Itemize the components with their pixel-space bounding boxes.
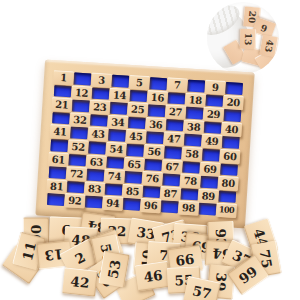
bag-drawstring-rim [207,2,244,41]
board-tile-41[interactable]: 41 [50,124,71,139]
board-grid: 1357912141618202123252729323436384041434… [47,71,243,217]
board-tile-21[interactable]: 21 [51,97,72,112]
board-tile-27[interactable]: 27 [165,104,186,119]
board-slot-empty[interactable] [105,183,123,196]
board-slot-empty[interactable] [123,198,141,211]
board-slot-empty[interactable] [186,107,204,120]
board-slot-empty[interactable] [128,117,146,130]
board-tile-87[interactable]: 87 [160,186,181,201]
board-slot-empty[interactable] [90,114,108,127]
board-tile-61[interactable]: 61 [48,152,69,167]
board-slot-empty[interactable] [54,85,72,98]
board-tile-56[interactable]: 56 [144,144,165,159]
board-tile-16[interactable]: 16 [147,90,168,105]
board-tile-25[interactable]: 25 [127,102,148,117]
board-slot-empty[interactable] [225,82,243,95]
board-tile-45[interactable]: 45 [126,129,147,144]
bag-tile-13: 13 [240,29,257,50]
loose-tile-42[interactable]: 42 [62,267,98,296]
board-slot-empty[interactable] [110,102,128,115]
board-tile-58[interactable]: 58 [182,146,203,161]
board-slot-empty[interactable] [199,203,217,216]
board-slot-empty[interactable] [181,188,199,201]
board-slot-empty[interactable] [144,159,162,172]
board-tile-52[interactable]: 52 [68,139,89,154]
board-tile-38[interactable]: 38 [183,119,204,134]
board-slot-empty[interactable] [126,144,144,157]
board-tile-85[interactable]: 85 [122,183,143,198]
board-tile-40[interactable]: 40 [221,122,242,137]
board-slot-empty[interactable] [49,166,67,179]
board-slot-empty[interactable] [88,141,106,154]
board-tile-65[interactable]: 65 [124,156,145,171]
board-slot-empty[interactable] [67,181,85,194]
board-tile-96[interactable]: 96 [140,198,161,213]
board-slot-empty[interactable] [200,176,218,189]
board-slot-empty[interactable] [187,80,205,93]
board-tile-89[interactable]: 89 [198,188,219,203]
board-tile-36[interactable]: 36 [145,117,166,132]
board-tile-20[interactable]: 20 [223,94,244,109]
board-tile-34[interactable]: 34 [107,114,128,129]
board-tile-83[interactable]: 83 [84,181,105,196]
board-slot-empty[interactable] [222,136,240,149]
bag-tile-43: 43 [259,35,278,57]
board-slot-empty[interactable] [72,100,90,113]
board-slot-empty[interactable] [146,131,164,144]
bag-inset: 2061343 [207,2,279,74]
board-tile-3[interactable]: 3 [91,72,112,87]
board-slot-empty[interactable] [206,94,224,107]
board-slot-empty[interactable] [164,146,182,159]
board-slot-empty[interactable] [218,191,236,204]
board-tile-9[interactable]: 9 [205,80,226,95]
board-tile-1[interactable]: 1 [53,70,74,85]
board-slot-empty[interactable] [92,87,110,100]
board-tile-72[interactable]: 72 [66,166,87,181]
board-slot-empty[interactable] [168,92,186,105]
board-slot-empty[interactable] [108,129,126,142]
board-slot-empty[interactable] [47,193,65,206]
board-slot-empty[interactable] [70,127,88,140]
board-tile-63[interactable]: 63 [86,154,107,169]
board-slot-empty[interactable] [204,121,222,134]
board-tile-47[interactable]: 47 [163,132,184,147]
product-photo: 2061343 13579121416182021232527293234363… [0,0,300,300]
loose-tile-46[interactable]: 46 [135,261,171,291]
board-slot-empty[interactable] [202,149,220,162]
board-slot-empty[interactable] [112,75,130,88]
board-slot-empty[interactable] [161,201,179,214]
board-tile-43[interactable]: 43 [88,127,109,142]
board-slot-empty[interactable] [149,77,167,90]
board-tile-74[interactable]: 74 [104,169,125,184]
board-slot-empty[interactable] [162,173,180,186]
board-slot-empty[interactable] [74,72,92,85]
board-slot-empty[interactable] [85,196,103,209]
board-slot-empty[interactable] [166,119,184,132]
board-tile-98[interactable]: 98 [178,201,199,216]
board-tile-67[interactable]: 67 [162,159,183,174]
board-tile-29[interactable]: 29 [203,107,224,122]
hundred-board: 1357912141618202123252729323436384041434… [35,60,254,229]
board-slot-empty[interactable] [50,139,68,152]
board-slot-empty[interactable] [130,90,148,103]
board-slot-empty[interactable] [69,154,87,167]
board-tile-76[interactable]: 76 [142,171,163,186]
board-tile-18[interactable]: 18 [185,92,206,107]
board-tile-49[interactable]: 49 [201,134,222,149]
board-slot-empty[interactable] [224,109,242,122]
board-tile-32[interactable]: 32 [69,112,90,127]
board-slot-empty[interactable] [148,104,166,117]
board-tile-60[interactable]: 60 [219,149,240,164]
board-tile-92[interactable]: 92 [64,193,85,208]
board-tile-23[interactable]: 23 [89,100,110,115]
board-tile-5[interactable]: 5 [129,75,150,90]
board-tile-54[interactable]: 54 [106,142,127,157]
board-slot-empty[interactable] [87,169,105,182]
board-slot-empty[interactable] [125,171,143,184]
board-slot-empty[interactable] [184,134,202,147]
board-tile-81[interactable]: 81 [46,179,67,194]
board-tile-80[interactable]: 80 [218,176,239,191]
board-slot-empty[interactable] [220,163,238,176]
board-slot-empty[interactable] [182,161,200,174]
board-tile-94[interactable]: 94 [102,196,123,211]
board-slot-empty[interactable] [143,186,161,199]
board-tile-78[interactable]: 78 [180,173,201,188]
board-slot-empty[interactable] [106,156,124,169]
board-slot-empty[interactable] [52,112,70,125]
board-tile-7[interactable]: 7 [167,77,188,92]
board-tile-14[interactable]: 14 [109,87,130,102]
board-tile-100[interactable]: 100 [216,203,237,218]
board-tile-12[interactable]: 12 [71,85,92,100]
board-tile-69[interactable]: 69 [200,161,221,176]
